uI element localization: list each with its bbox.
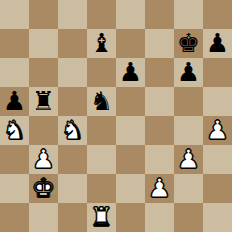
- piece-white-pawn[interactable]: ♟: [177, 145, 200, 174]
- square-b5[interactable]: ♜: [29, 87, 58, 116]
- square-d2[interactable]: [87, 174, 116, 203]
- square-a5[interactable]: ♟: [0, 87, 29, 116]
- square-h4[interactable]: ♟: [203, 116, 232, 145]
- piece-white-rook[interactable]: ♜: [90, 203, 113, 232]
- square-a6[interactable]: [0, 58, 29, 87]
- piece-white-knight[interactable]: ♞: [3, 116, 26, 145]
- square-f1[interactable]: [145, 203, 174, 232]
- square-f4[interactable]: [145, 116, 174, 145]
- piece-white-pawn[interactable]: ♟: [206, 116, 229, 145]
- square-c5[interactable]: [58, 87, 87, 116]
- piece-black-pawn[interactable]: ♟: [206, 29, 229, 58]
- square-b3[interactable]: ♟: [29, 145, 58, 174]
- piece-black-pawn[interactable]: ♟: [3, 87, 26, 116]
- piece-black-king[interactable]: ♚: [177, 29, 200, 58]
- square-g2[interactable]: [174, 174, 203, 203]
- square-f8[interactable]: [145, 0, 174, 29]
- square-a1[interactable]: [0, 203, 29, 232]
- square-a4[interactable]: ♞: [0, 116, 29, 145]
- square-f3[interactable]: [145, 145, 174, 174]
- square-f2[interactable]: ♟: [145, 174, 174, 203]
- square-e4[interactable]: [116, 116, 145, 145]
- square-h6[interactable]: [203, 58, 232, 87]
- square-d4[interactable]: [87, 116, 116, 145]
- square-g7[interactable]: ♚: [174, 29, 203, 58]
- piece-black-pawn[interactable]: ♟: [177, 58, 200, 87]
- square-c4[interactable]: ♞: [58, 116, 87, 145]
- square-h2[interactable]: [203, 174, 232, 203]
- square-b7[interactable]: [29, 29, 58, 58]
- square-c7[interactable]: [58, 29, 87, 58]
- square-e8[interactable]: [116, 0, 145, 29]
- square-c6[interactable]: [58, 58, 87, 87]
- piece-black-pawn[interactable]: ♟: [119, 58, 142, 87]
- square-h3[interactable]: [203, 145, 232, 174]
- piece-black-bishop[interactable]: ♝: [90, 29, 113, 58]
- piece-white-pawn[interactable]: ♟: [148, 174, 171, 203]
- square-g8[interactable]: [174, 0, 203, 29]
- square-d6[interactable]: [87, 58, 116, 87]
- square-a3[interactable]: [0, 145, 29, 174]
- piece-white-pawn[interactable]: ♟: [32, 145, 55, 174]
- square-c8[interactable]: [58, 0, 87, 29]
- square-a7[interactable]: [0, 29, 29, 58]
- square-g4[interactable]: [174, 116, 203, 145]
- piece-black-rook[interactable]: ♜: [32, 87, 55, 116]
- chess-board: ♝♚♟♟♟♟♜♞♞♞♟♟♟♚♟♜: [0, 0, 232, 232]
- square-b4[interactable]: [29, 116, 58, 145]
- square-h5[interactable]: [203, 87, 232, 116]
- square-f6[interactable]: [145, 58, 174, 87]
- square-e7[interactable]: [116, 29, 145, 58]
- square-b2[interactable]: ♚: [29, 174, 58, 203]
- square-d1[interactable]: ♜: [87, 203, 116, 232]
- square-e5[interactable]: [116, 87, 145, 116]
- square-d7[interactable]: ♝: [87, 29, 116, 58]
- square-h7[interactable]: ♟: [203, 29, 232, 58]
- piece-white-knight[interactable]: ♞: [61, 116, 84, 145]
- square-d8[interactable]: [87, 0, 116, 29]
- square-d5[interactable]: ♞: [87, 87, 116, 116]
- square-h1[interactable]: [203, 203, 232, 232]
- square-e3[interactable]: [116, 145, 145, 174]
- square-a8[interactable]: [0, 0, 29, 29]
- square-b6[interactable]: [29, 58, 58, 87]
- square-c1[interactable]: [58, 203, 87, 232]
- square-c3[interactable]: [58, 145, 87, 174]
- square-e6[interactable]: ♟: [116, 58, 145, 87]
- square-e2[interactable]: [116, 174, 145, 203]
- square-g5[interactable]: [174, 87, 203, 116]
- square-d3[interactable]: [87, 145, 116, 174]
- square-c2[interactable]: [58, 174, 87, 203]
- square-b1[interactable]: [29, 203, 58, 232]
- piece-black-knight[interactable]: ♞: [90, 87, 113, 116]
- square-g3[interactable]: ♟: [174, 145, 203, 174]
- piece-white-king[interactable]: ♚: [32, 174, 55, 203]
- square-f5[interactable]: [145, 87, 174, 116]
- square-b8[interactable]: [29, 0, 58, 29]
- square-a2[interactable]: [0, 174, 29, 203]
- square-h8[interactable]: [203, 0, 232, 29]
- square-e1[interactable]: [116, 203, 145, 232]
- square-g6[interactable]: ♟: [174, 58, 203, 87]
- square-g1[interactable]: [174, 203, 203, 232]
- square-f7[interactable]: [145, 29, 174, 58]
